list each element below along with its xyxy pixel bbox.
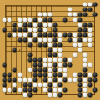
black-stone[interactable] xyxy=(93,12,98,17)
white-stone[interactable] xyxy=(88,42,93,47)
black-stone[interactable] xyxy=(68,63,73,68)
black-stone[interactable] xyxy=(88,93,93,98)
hoshi-point xyxy=(19,49,21,51)
white-stone[interactable] xyxy=(88,63,93,68)
black-stone[interactable] xyxy=(58,93,63,98)
black-stone[interactable] xyxy=(63,88,68,93)
black-stone[interactable] xyxy=(88,7,93,12)
go-board[interactable] xyxy=(0,0,100,100)
black-stone[interactable] xyxy=(93,88,98,93)
black-stone[interactable] xyxy=(12,68,17,73)
black-stone[interactable] xyxy=(27,42,32,47)
white-stone[interactable] xyxy=(7,17,12,22)
white-stone[interactable] xyxy=(78,47,83,52)
black-stone[interactable] xyxy=(32,88,37,93)
white-stone[interactable] xyxy=(73,53,78,58)
black-stone[interactable] xyxy=(2,27,7,32)
black-stone[interactable] xyxy=(93,2,98,7)
black-stone[interactable] xyxy=(93,78,98,83)
black-stone[interactable] xyxy=(83,12,88,17)
black-stone[interactable] xyxy=(88,83,93,88)
black-stone[interactable] xyxy=(27,93,32,98)
black-stone[interactable] xyxy=(12,47,17,52)
black-stone[interactable] xyxy=(2,63,7,68)
black-stone[interactable] xyxy=(63,17,68,22)
